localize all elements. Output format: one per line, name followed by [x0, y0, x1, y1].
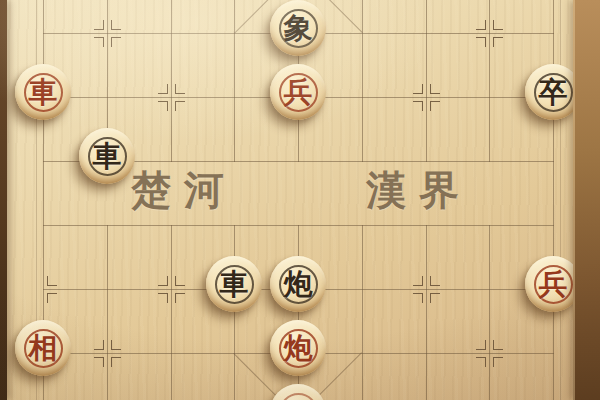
piece-red-chariot[interactable]: 車: [15, 64, 71, 120]
point-marker-corner: [175, 101, 185, 111]
piece-ring: 兵: [279, 73, 318, 112]
point-marker-corner: [94, 340, 104, 350]
point-marker-corner: [493, 357, 503, 367]
point-marker-corner: [111, 357, 121, 367]
point-marker-corner: [430, 293, 440, 303]
piece-glyph: 相: [29, 334, 58, 363]
file-line-upper: [171, 0, 172, 162]
file-line-upper: [234, 0, 235, 162]
point-marker-corner: [493, 37, 503, 47]
point-marker-corner: [158, 84, 168, 94]
piece-glyph: 兵: [539, 270, 568, 299]
point-marker-corner: [158, 293, 168, 303]
point-marker-corner: [413, 84, 423, 94]
point-marker-corner: [158, 276, 168, 286]
piece-red-cannon[interactable]: 炮: [270, 320, 326, 376]
piece-ring: 象: [279, 9, 318, 48]
file-line-upper: [489, 0, 490, 162]
piece-black-chariot-right[interactable]: 車: [206, 256, 262, 312]
piece-glyph: 兵: [284, 78, 313, 107]
piece-red-elephant[interactable]: 相: [15, 320, 71, 376]
point-marker-corner: [175, 84, 185, 94]
piece-glyph: 炮: [284, 334, 313, 363]
piece-unknown-piece-partially-visible[interactable]: [270, 384, 326, 400]
piece-red-soldier-center[interactable]: 兵: [270, 64, 326, 120]
piece-ring: [279, 393, 318, 400]
piece-glyph: 車: [220, 270, 249, 299]
point-marker-corner: [175, 293, 185, 303]
piece-ring: 炮: [279, 329, 318, 368]
point-marker-corner: [476, 20, 486, 30]
piece-black-chariot-left[interactable]: 車: [79, 128, 135, 184]
rank-line: [43, 225, 554, 226]
xiangqi-board[interactable]: 楚河 漢界 車車象兵卒車炮炮相兵: [0, 0, 600, 400]
piece-ring: 炮: [279, 265, 318, 304]
point-marker-corner: [493, 340, 503, 350]
file-line-lower: [362, 225, 363, 400]
piece-black-elephant[interactable]: 象: [270, 0, 326, 56]
piece-glyph: 卒: [539, 78, 568, 107]
point-marker-corner: [47, 293, 57, 303]
outer-border-line: [560, 0, 561, 400]
point-marker-corner: [158, 101, 168, 111]
point-marker-corner: [94, 37, 104, 47]
point-marker-corner: [111, 340, 121, 350]
file-line-lower: [489, 225, 490, 400]
piece-glyph: 象: [284, 14, 313, 43]
piece-glyph: 車: [29, 78, 58, 107]
point-marker-corner: [430, 84, 440, 94]
point-marker-corner: [413, 101, 423, 111]
point-marker-corner: [493, 20, 503, 30]
file-line-lower: [171, 225, 172, 400]
piece-ring: 兵: [534, 265, 573, 304]
file-line-lower: [107, 225, 108, 400]
point-marker-corner: [111, 37, 121, 47]
point-marker-corner: [94, 357, 104, 367]
point-marker-corner: [476, 37, 486, 47]
file-line: [553, 0, 554, 400]
piece-ring: 相: [24, 329, 63, 368]
point-marker-corner: [476, 340, 486, 350]
board-frame-left: [0, 0, 7, 400]
piece-glyph: 車: [93, 142, 122, 171]
file-line-upper: [362, 0, 363, 162]
file-line-upper: [426, 0, 427, 162]
piece-ring: 車: [24, 73, 63, 112]
file-line-lower: [234, 225, 235, 400]
point-marker-corner: [430, 101, 440, 111]
point-marker-corner: [430, 276, 440, 286]
point-marker-corner: [413, 293, 423, 303]
point-marker-corner: [47, 276, 57, 286]
piece-black-cannon[interactable]: 炮: [270, 256, 326, 312]
piece-ring: 卒: [534, 73, 573, 112]
point-marker-corner: [413, 276, 423, 286]
file-line-lower: [426, 225, 427, 400]
point-marker-corner: [175, 276, 185, 286]
piece-ring: 車: [88, 137, 127, 176]
point-marker-corner: [476, 357, 486, 367]
piece-glyph: 炮: [284, 270, 313, 299]
board-frame-right: [573, 0, 600, 400]
point-marker-corner: [111, 20, 121, 30]
point-marker-corner: [94, 20, 104, 30]
river-text-chu-he: 楚河: [131, 170, 237, 210]
river-text-han-jie: 漢界: [366, 170, 472, 210]
piece-ring: 車: [215, 265, 254, 304]
